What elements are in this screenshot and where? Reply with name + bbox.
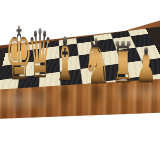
pieces-layer: ♚♛♝♞♜♟ bbox=[0, 0, 160, 160]
piece-pawn[interactable]: ♟ bbox=[127, 41, 160, 89]
chess-set-photo: ♚♛♝♞♜♟ bbox=[0, 0, 160, 160]
